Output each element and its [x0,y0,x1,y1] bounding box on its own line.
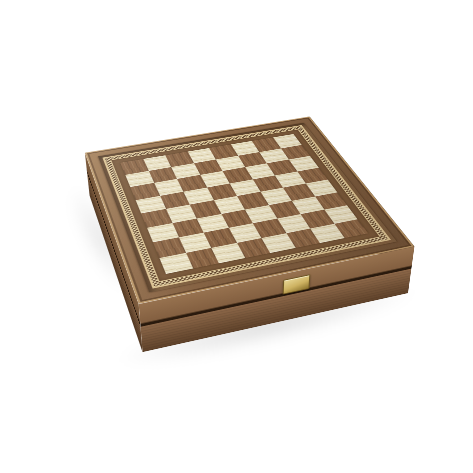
square-f1[interactable] [286,228,320,248]
square-b1[interactable] [185,248,218,269]
square-h3[interactable] [315,192,347,210]
square-a2[interactable] [153,237,185,257]
square-b2[interactable] [179,233,212,253]
square-g3[interactable] [292,196,324,214]
square-b4[interactable] [166,205,197,223]
square-e2[interactable] [253,219,286,238]
board-margin [111,129,379,281]
square-h1[interactable] [334,219,368,238]
square-d1[interactable] [236,238,270,258]
square-c1[interactable] [211,243,245,264]
square-c4[interactable] [190,200,221,218]
square-e1[interactable] [261,233,295,253]
square-e3[interactable] [245,205,277,223]
square-d4[interactable] [214,196,245,214]
square-b3[interactable] [172,218,204,237]
square-g2[interactable] [301,210,334,229]
square-h2[interactable] [324,205,357,223]
square-f2[interactable] [277,214,310,233]
square-a4[interactable] [141,209,172,228]
product-photo [0,0,473,473]
square-f3[interactable] [268,201,300,219]
square-c3[interactable] [197,214,229,233]
chess-board [120,134,368,274]
square-a5[interactable] [136,196,166,214]
square-d3[interactable] [221,209,253,228]
square-a3[interactable] [147,223,179,242]
square-a1[interactable] [159,253,192,274]
square-c2[interactable] [204,228,237,248]
square-d2[interactable] [228,223,261,242]
square-g1[interactable] [310,224,344,243]
